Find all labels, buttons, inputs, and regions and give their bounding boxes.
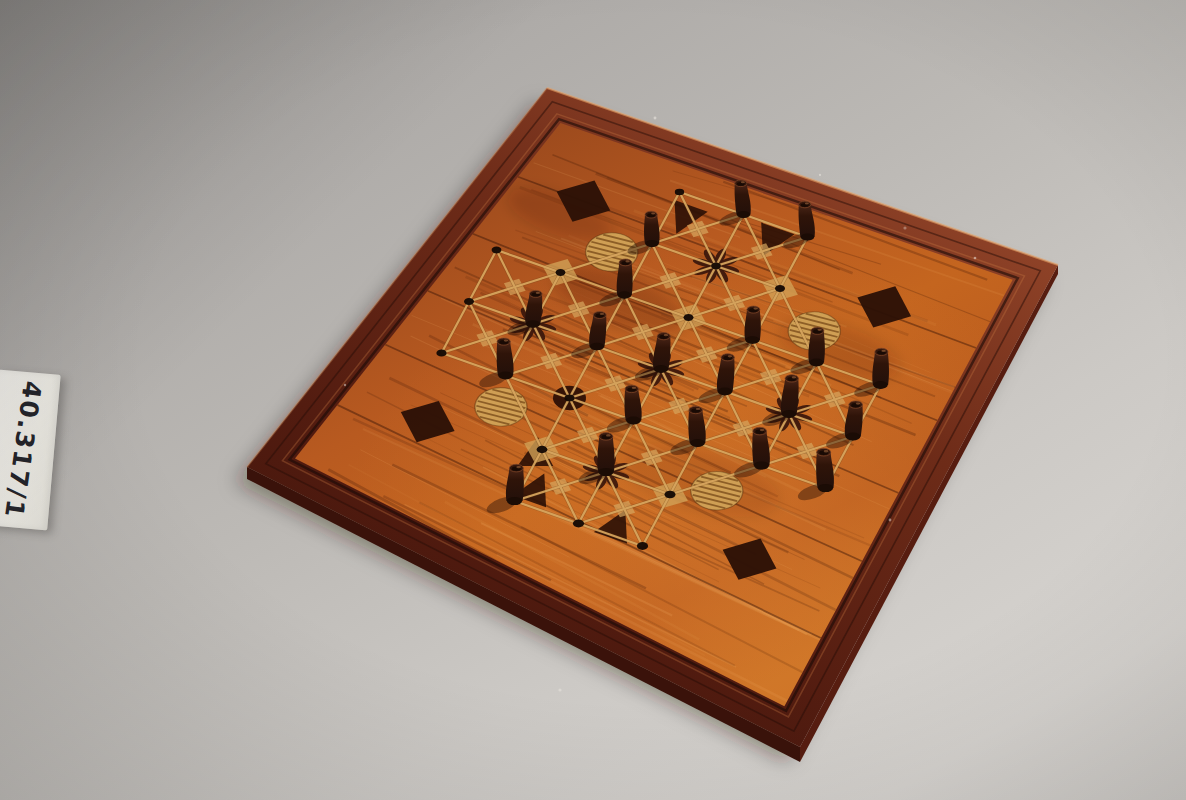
peg-highlight xyxy=(741,181,745,183)
peg-base xyxy=(599,468,614,476)
peg-base xyxy=(737,211,750,218)
peg-highlight xyxy=(817,329,821,331)
peg-base xyxy=(507,497,522,505)
peg-highlight xyxy=(516,466,521,468)
peg-base xyxy=(526,320,540,328)
peg-base xyxy=(690,439,705,447)
hole-empty[interactable] xyxy=(675,189,684,196)
accession-number: 40.317/1 xyxy=(0,379,47,521)
peg-base xyxy=(618,291,632,298)
peg-base xyxy=(818,484,833,492)
peg-base xyxy=(590,343,604,351)
peg-base xyxy=(498,372,512,380)
peg-highlight xyxy=(651,213,655,215)
hole-empty[interactable] xyxy=(436,349,446,356)
peg-highlight xyxy=(856,403,861,405)
hole-empty[interactable] xyxy=(573,520,584,528)
peg-base xyxy=(645,240,658,247)
hole-empty[interactable] xyxy=(564,394,574,401)
peg-base xyxy=(754,461,769,469)
hole-empty[interactable] xyxy=(556,269,566,276)
peg-base xyxy=(718,388,732,396)
peg-highlight xyxy=(753,308,757,310)
game-board xyxy=(0,0,1186,800)
peg-highlight xyxy=(824,450,829,452)
peg-highlight xyxy=(805,203,809,205)
peg-base xyxy=(873,381,887,389)
peg-highlight xyxy=(600,313,604,315)
peg-body xyxy=(644,215,660,244)
peg-highlight xyxy=(625,260,629,262)
peg-highlight xyxy=(606,434,611,436)
peg-body xyxy=(745,310,761,340)
peg-highlight xyxy=(881,350,885,352)
peg-base xyxy=(782,410,797,418)
hole-empty[interactable] xyxy=(537,446,548,453)
peg-highlight xyxy=(728,355,732,357)
peg-highlight xyxy=(664,334,668,336)
hole-empty[interactable] xyxy=(684,314,694,321)
peg-highlight xyxy=(696,408,701,410)
peg-highlight xyxy=(504,340,508,342)
peg-base xyxy=(654,365,668,373)
peg-body xyxy=(872,352,889,385)
peg-base xyxy=(745,336,759,344)
peg-highlight xyxy=(792,376,796,378)
hole-empty[interactable] xyxy=(464,298,474,305)
peg-base xyxy=(846,433,861,441)
peg-body xyxy=(597,436,614,472)
peg-body xyxy=(808,331,824,363)
peg-highlight xyxy=(632,387,636,389)
peg-base xyxy=(801,233,814,240)
peg-highlight xyxy=(760,429,765,431)
hole-empty[interactable] xyxy=(492,247,502,254)
peg-body xyxy=(617,262,633,295)
peg-base xyxy=(626,417,641,425)
hole-empty[interactable] xyxy=(775,285,785,292)
hole-empty[interactable] xyxy=(637,542,648,550)
peg-base xyxy=(809,359,823,367)
hole-empty[interactable] xyxy=(665,491,676,499)
hole-empty[interactable] xyxy=(711,263,721,270)
peg-highlight xyxy=(536,292,540,294)
